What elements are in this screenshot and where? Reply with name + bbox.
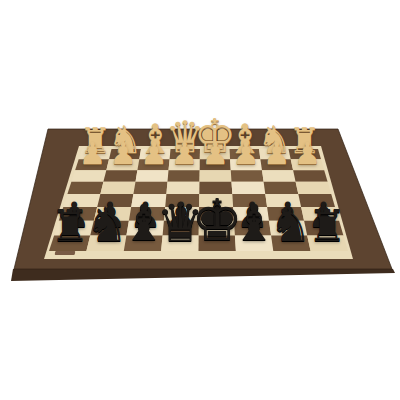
square-r1c4 [200,159,231,170]
square-r6c3 [163,221,199,236]
square-r3c1 [100,182,135,194]
square-r0c1 [109,149,141,159]
square-r3c7 [296,182,332,194]
square-r7c3 [161,235,199,251]
square-r5c0 [59,207,97,221]
board-edge [11,269,395,281]
square-r0c6 [259,149,291,159]
square-r2c4 [200,170,232,182]
square-r4c7 [298,194,335,207]
square-r6c2 [126,221,163,236]
square-r0c7 [289,149,322,159]
square-r3c4 [199,182,232,194]
square-r7c2 [124,235,163,251]
square-r0c5 [230,149,261,159]
square-r3c6 [264,182,299,194]
square-r4c0 [63,194,100,207]
square-r3c3 [166,182,199,194]
chess-board [0,0,400,400]
square-r7c6 [271,235,311,251]
brand-stamp-icon [55,251,76,255]
square-r4c3 [165,194,199,207]
square-r4c1 [97,194,133,207]
square-r1c5 [230,159,262,170]
square-r1c6 [260,159,293,170]
square-r6c6 [269,221,307,236]
square-r2c6 [262,170,296,182]
square-r5c5 [233,207,269,221]
square-r1c3 [169,159,200,170]
square-r2c5 [231,170,264,182]
square-r5c1 [94,207,131,221]
square-r2c2 [136,170,169,182]
square-r2c7 [293,170,328,182]
square-r7c4 [199,235,236,251]
square-r6c5 [234,221,271,236]
square-r1c1 [106,159,139,170]
square-r1c0 [75,159,109,170]
square-r2c1 [103,170,137,182]
square-r6c7 [304,221,343,236]
square-r0c4 [200,149,230,159]
square-r7c5 [235,235,273,251]
square-r5c6 [267,207,304,221]
square-r7c1 [86,235,126,251]
square-r6c0 [54,221,94,236]
square-r1c7 [291,159,325,170]
square-r7c7 [307,235,348,251]
square-r2c0 [71,170,106,182]
square-r4c4 [199,194,233,207]
square-r4c6 [265,194,301,207]
square-r3c5 [232,182,266,194]
square-r2c3 [168,170,200,182]
square-r4c2 [131,194,166,207]
square-r1c2 [137,159,169,170]
square-r0c3 [170,149,200,159]
square-r5c3 [164,207,199,221]
square-r7c0 [49,235,90,251]
square-r4c5 [232,194,267,207]
square-r6c1 [90,221,129,236]
square-r3c2 [133,182,167,194]
square-r5c7 [301,207,339,221]
square-r5c2 [129,207,165,221]
square-r5c4 [199,207,234,221]
square-r6c4 [199,221,235,236]
chess-set-photo: ♜♞♝♛♚♝♞♜♟♟♟♟♟♟♟♟♟♟♟♟♟♟♟♟♜♞♝♛♚♝♞♜ [0,0,400,400]
square-r3c0 [67,182,103,194]
square-r0c0 [79,149,112,159]
square-r0c2 [139,149,170,159]
